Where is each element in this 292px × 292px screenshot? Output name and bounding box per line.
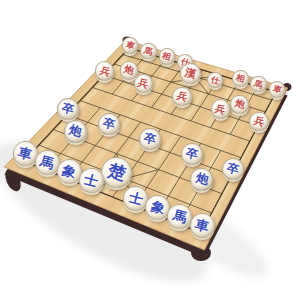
piece-red-horse[interactable]: 馬 (140, 43, 157, 60)
glyph-red-cannon: 炮 (234, 99, 246, 111)
glyph-red-advisor: 仕 (210, 75, 221, 85)
piece-blue-horse[interactable]: 馬 (35, 150, 60, 175)
piece-blue-cannon[interactable]: 炮 (64, 120, 87, 143)
glyph-blue-soldier: 卒 (61, 102, 76, 116)
glyph-blue-advisor: 士 (127, 190, 144, 206)
pieces-layer: 車馬相仕漢仕相馬車炮炮兵兵兵兵兵卒卒卒卒卒炮炮車馬象士楚士象馬車 (0, 0, 292, 292)
piece-red-cannon[interactable]: 炮 (230, 95, 248, 113)
glyph-red-chariot: 車 (272, 84, 283, 94)
glyph-red-soldier: 兵 (137, 77, 150, 89)
glyph-blue-soldier: 卒 (102, 117, 117, 131)
piece-red-soldier[interactable]: 兵 (134, 74, 153, 93)
glyph-blue-soldier: 卒 (184, 147, 199, 161)
glyph-red-elephant: 相 (235, 73, 246, 83)
glyph-blue-elephant: 象 (61, 163, 78, 179)
glyph-blue-soldier: 卒 (225, 162, 240, 176)
glyph-blue-cannon: 炮 (68, 124, 83, 139)
piece-blue-advisor[interactable]: 士 (79, 168, 104, 193)
glyph-blue-soldier: 卒 (143, 132, 158, 146)
glyph-red-chariot: 車 (125, 40, 136, 50)
piece-blue-chariot[interactable]: 車 (190, 213, 215, 238)
glyph-red-soldier: 兵 (99, 65, 112, 77)
glyph-blue-general: 楚 (106, 162, 127, 183)
piece-red-soldier[interactable]: 兵 (172, 87, 191, 106)
piece-blue-soldier[interactable]: 卒 (139, 128, 161, 150)
glyph-blue-elephant: 象 (149, 199, 166, 215)
xiangqi-product-photo: 車馬相仕漢仕相馬車炮炮兵兵兵兵兵卒卒卒卒卒炮炮車馬象士楚士象馬車 (0, 0, 292, 292)
piece-red-chariot[interactable]: 車 (269, 81, 286, 98)
piece-red-horse[interactable]: 馬 (250, 76, 267, 93)
glyph-blue-chariot: 車 (194, 217, 211, 233)
glyph-red-horse: 馬 (253, 79, 264, 89)
piece-red-general[interactable]: 漢 (180, 63, 201, 84)
glyph-red-soldier: 兵 (176, 90, 189, 102)
glyph-blue-chariot: 車 (17, 145, 34, 161)
glyph-blue-horse: 馬 (172, 208, 189, 224)
piece-blue-soldier[interactable]: 卒 (98, 113, 120, 135)
piece-red-soldier[interactable]: 兵 (211, 99, 230, 118)
glyph-red-horse: 馬 (143, 46, 154, 56)
glyph-red-cannon: 炮 (123, 65, 135, 77)
piece-blue-general[interactable]: 楚 (101, 157, 132, 188)
piece-red-chariot[interactable]: 車 (122, 37, 139, 54)
piece-blue-cannon[interactable]: 炮 (190, 168, 213, 191)
glyph-red-general: 漢 (184, 67, 197, 80)
piece-blue-soldier[interactable]: 卒 (222, 158, 244, 180)
glyph-red-elephant: 相 (161, 51, 172, 61)
glyph-blue-horse: 馬 (39, 154, 56, 170)
piece-red-elephant[interactable]: 相 (232, 70, 249, 87)
glyph-red-soldier: 兵 (253, 116, 266, 128)
glyph-red-soldier: 兵 (214, 103, 227, 115)
glyph-blue-advisor: 士 (83, 172, 100, 188)
piece-blue-horse[interactable]: 馬 (167, 204, 192, 229)
piece-red-advisor[interactable]: 仕 (207, 72, 224, 89)
piece-red-soldier[interactable]: 兵 (249, 112, 268, 131)
glyph-blue-cannon: 炮 (194, 172, 209, 187)
piece-blue-soldier[interactable]: 卒 (57, 98, 79, 120)
piece-blue-soldier[interactable]: 卒 (181, 143, 203, 165)
piece-red-elephant[interactable]: 相 (159, 48, 176, 65)
piece-blue-chariot[interactable]: 車 (13, 141, 38, 166)
piece-red-soldier[interactable]: 兵 (95, 61, 114, 80)
